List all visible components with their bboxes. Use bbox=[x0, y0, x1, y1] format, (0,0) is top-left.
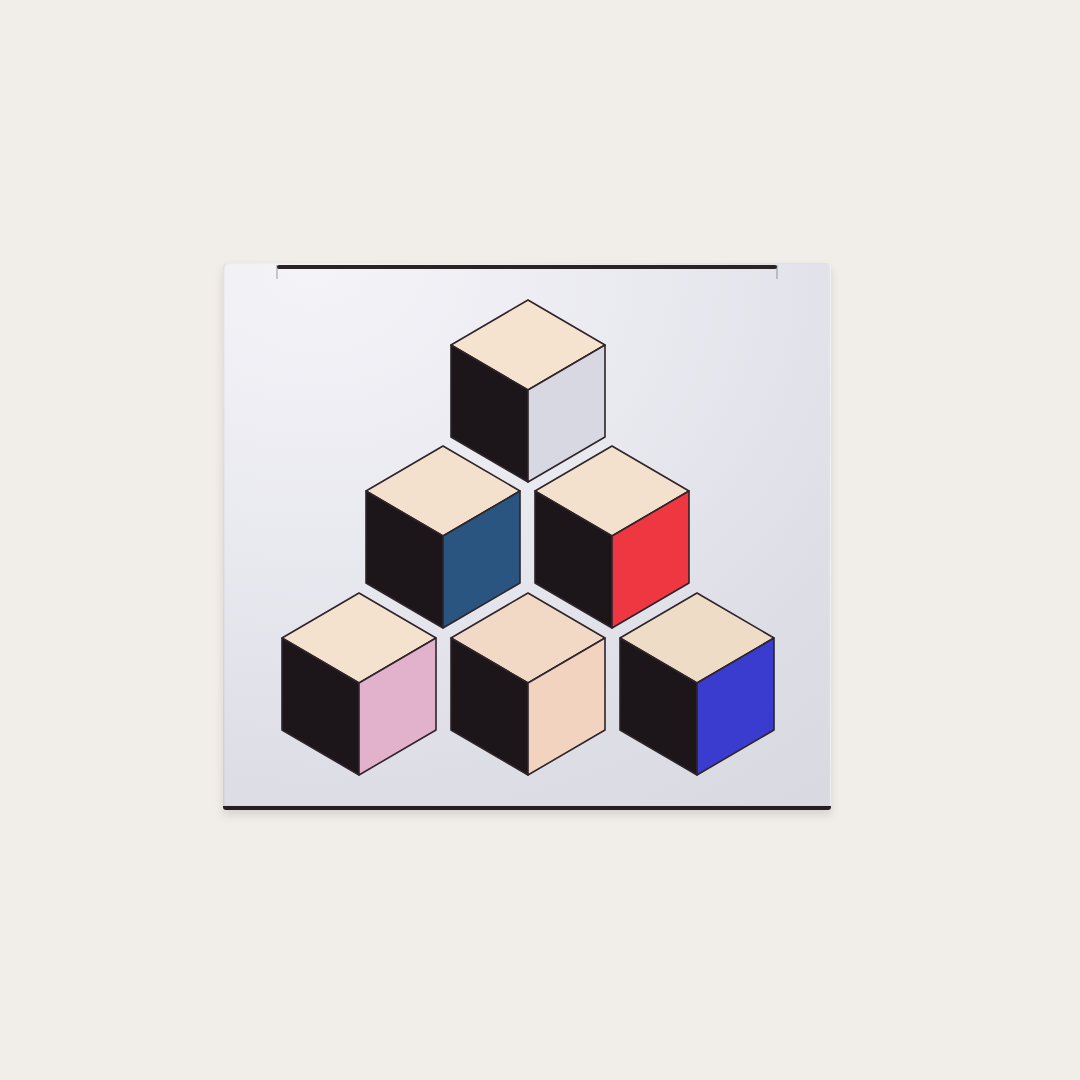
cube-middle-right bbox=[535, 446, 689, 628]
cube-bottom-middle bbox=[451, 593, 605, 775]
cube-middle-left bbox=[366, 446, 520, 628]
cube-bottom-right bbox=[620, 593, 774, 775]
cube-bottom-left bbox=[282, 593, 436, 775]
product-box bbox=[223, 263, 831, 810]
cube-top bbox=[451, 300, 605, 482]
photo-scene bbox=[0, 0, 1080, 1080]
cube-pyramid-illustration bbox=[223, 263, 831, 806]
